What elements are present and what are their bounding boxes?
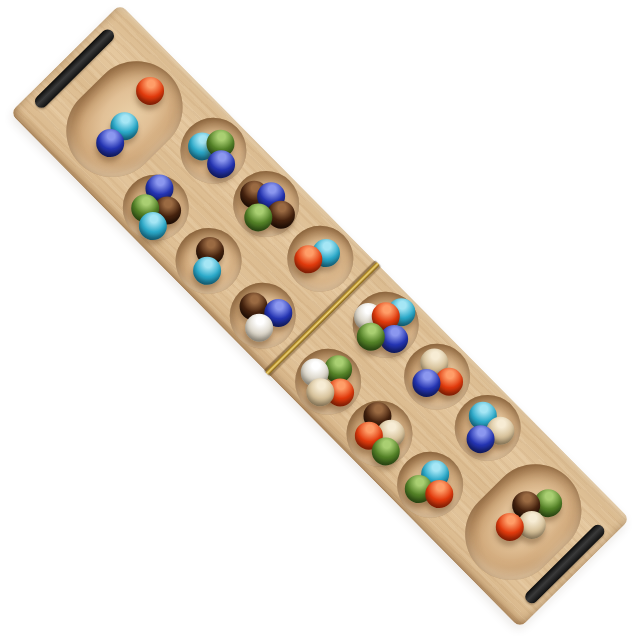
mancala-board	[10, 4, 630, 628]
photo-background	[0, 0, 640, 640]
